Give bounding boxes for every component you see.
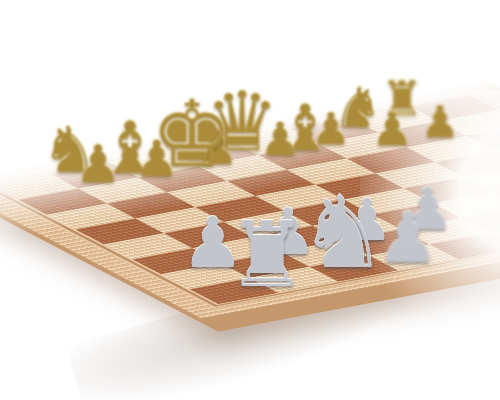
brass-pawn-f2: ♟: [135, 134, 180, 184]
brass-pawn-d2: ♟: [259, 116, 300, 162]
silver-knight-d6: ♞: [298, 183, 388, 283]
brass-pawn-a2: ♟: [420, 100, 459, 144]
silver-rook-f6: ♜: [227, 210, 308, 300]
brass-pawn-g2: ♟: [75, 138, 122, 190]
product-photo-scene: ♞♟♝♟♚♟♛♟♝♟♞♟♜♟♟♜♟♞♟♟♟: [0, 0, 500, 400]
pieces-layer: ♞♟♝♟♚♟♛♟♝♟♞♟♜♟♟♜♟♞♟♟♟: [0, 0, 500, 400]
brass-pawn-b2: ♟: [371, 106, 412, 152]
